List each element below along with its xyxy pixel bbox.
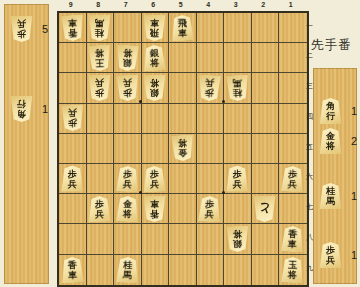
square-6二[interactable]: 銀将 xyxy=(142,43,170,73)
hand-count: 1 xyxy=(42,103,48,115)
square-6五[interactable] xyxy=(142,134,170,164)
rank-label: 五 xyxy=(306,132,313,162)
file-label: 7 xyxy=(112,1,140,8)
square-9七[interactable] xyxy=(59,194,87,224)
koma-7-7[interactable]: 金将 xyxy=(115,195,139,222)
hand-piece-歩兵[interactable]: 歩兵5 xyxy=(10,16,48,42)
koma-7-6[interactable]: 歩兵 xyxy=(115,165,139,192)
koma-hand-桂馬[interactable]: 桂馬 xyxy=(319,183,342,209)
square-1一[interactable] xyxy=(279,13,307,43)
koma-4-3[interactable]: 歩兵 xyxy=(198,74,222,101)
koma-9-9[interactable]: 香車 xyxy=(60,256,84,283)
square-6四[interactable] xyxy=(142,104,170,134)
hoshi-dot xyxy=(222,100,225,103)
rank-label: 三 xyxy=(306,71,313,101)
hand-count: 1 xyxy=(351,249,357,261)
square-2九[interactable] xyxy=(252,255,280,285)
square-4一[interactable] xyxy=(197,13,225,43)
square-9八[interactable] xyxy=(59,224,87,254)
square-7四[interactable] xyxy=(114,104,142,134)
koma-hand-角行[interactable]: 角行 xyxy=(319,98,342,124)
file-label: 6 xyxy=(140,1,168,8)
square-3六[interactable]: 歩兵 xyxy=(224,164,252,194)
square-7六[interactable]: 歩兵 xyxy=(114,164,142,194)
square-9四[interactable]: 歩兵 xyxy=(59,104,87,134)
square-9三[interactable] xyxy=(59,73,87,103)
square-1四[interactable] xyxy=(279,104,307,134)
square-5七[interactable] xyxy=(169,194,197,224)
square-6六[interactable]: 歩兵 xyxy=(142,164,170,194)
koma-8-7[interactable]: 歩兵 xyxy=(88,196,111,222)
hand-count: 2 xyxy=(351,135,357,147)
rank-label: 八 xyxy=(306,222,313,252)
square-5四[interactable] xyxy=(169,104,197,134)
koma-2-7[interactable]: と xyxy=(253,196,276,222)
hand-piece-角行[interactable]: 角行1 xyxy=(10,96,48,122)
file-label: 8 xyxy=(85,1,113,8)
square-9一[interactable]: 香車 xyxy=(59,13,87,43)
koma-3-6[interactable]: 歩兵 xyxy=(226,166,249,192)
square-8一[interactable]: 桂馬 xyxy=(87,13,115,43)
square-9五[interactable] xyxy=(59,134,87,164)
square-8九[interactable] xyxy=(87,255,115,285)
rank-label: 六 xyxy=(306,162,313,192)
koma-hand-歩兵[interactable]: 歩兵 xyxy=(319,242,342,268)
koma-9-6[interactable]: 歩兵 xyxy=(61,166,84,192)
square-3七[interactable] xyxy=(224,194,252,224)
square-6九[interactable] xyxy=(142,255,170,285)
koma-7-9[interactable]: 桂馬 xyxy=(115,256,139,283)
square-4三[interactable]: 歩兵 xyxy=(197,73,225,103)
square-7八[interactable] xyxy=(114,224,142,254)
koma-4-7[interactable]: 歩兵 xyxy=(198,195,222,222)
square-3八[interactable]: 銀将 xyxy=(224,224,252,254)
hoshi-dot xyxy=(222,191,225,194)
koma-1-6[interactable]: 歩兵 xyxy=(281,165,305,192)
square-4八[interactable] xyxy=(197,224,225,254)
square-9六[interactable]: 歩兵 xyxy=(59,164,87,194)
hand-piece-金将[interactable]: 金将2 xyxy=(319,128,357,154)
gote-captured-stand: 歩兵5角行1 xyxy=(4,4,49,284)
koma-6-3[interactable]: 銀将 xyxy=(143,75,166,101)
hand-piece-桂馬[interactable]: 桂馬1 xyxy=(319,183,357,209)
square-4四[interactable] xyxy=(197,104,225,134)
square-5一[interactable]: 飛車 xyxy=(169,13,197,43)
square-8二[interactable]: 王将 xyxy=(87,43,115,73)
koma-hand-角行[interactable]: 角行 xyxy=(10,96,33,122)
koma-3-3[interactable]: 桂馬 xyxy=(225,74,249,101)
square-8三[interactable]: 歩兵 xyxy=(87,73,115,103)
square-4六[interactable] xyxy=(197,164,225,194)
turn-indicator: 先手番 xyxy=(311,37,359,54)
square-5九[interactable] xyxy=(169,255,197,285)
square-2八[interactable] xyxy=(252,224,280,254)
square-3四[interactable] xyxy=(224,104,252,134)
square-2三[interactable] xyxy=(252,73,280,103)
koma-8-1[interactable]: 桂馬 xyxy=(88,15,111,41)
square-6八[interactable] xyxy=(142,224,170,254)
rank-label: 四 xyxy=(306,102,313,132)
file-label: 9 xyxy=(57,1,85,8)
koma-7-2[interactable]: 銀将 xyxy=(115,44,139,71)
sente-captured-stand: 角行1金将2桂馬1歩兵1 xyxy=(313,68,357,284)
square-6七[interactable]: 香車 xyxy=(142,194,170,224)
square-7一[interactable] xyxy=(114,13,142,43)
shogi-app: 歩兵5角行1 987654321 香車桂馬飛車飛車王将銀将銀将歩兵歩兵銀将歩兵桂… xyxy=(0,0,360,287)
square-1三[interactable] xyxy=(279,73,307,103)
koma-hand-金将[interactable]: 金将 xyxy=(319,128,342,154)
koma-7-3[interactable]: 歩兵 xyxy=(116,75,139,101)
koma-6-1[interactable]: 飛車 xyxy=(143,15,166,41)
square-1九[interactable]: 玉将 xyxy=(279,255,307,285)
square-9二[interactable] xyxy=(59,43,87,73)
hoshi-dot xyxy=(139,100,142,103)
hand-piece-歩兵[interactable]: 歩兵1 xyxy=(319,242,357,268)
square-1二[interactable] xyxy=(279,43,307,73)
square-2五[interactable] xyxy=(252,134,280,164)
square-1八[interactable]: 香車 xyxy=(279,224,307,254)
square-8四[interactable] xyxy=(87,104,115,134)
koma-6-7[interactable]: 香車 xyxy=(143,196,166,222)
hand-count: 1 xyxy=(351,105,357,117)
square-1六[interactable]: 歩兵 xyxy=(279,164,307,194)
square-8五[interactable] xyxy=(87,134,115,164)
square-1七[interactable] xyxy=(279,194,307,224)
koma-hand-歩兵[interactable]: 歩兵 xyxy=(10,16,33,42)
square-7五[interactable] xyxy=(114,134,142,164)
square-7九[interactable]: 桂馬 xyxy=(114,255,142,285)
koma-3-8[interactable]: 銀将 xyxy=(226,226,249,252)
koma-9-4[interactable]: 歩兵 xyxy=(61,105,84,131)
square-5五[interactable]: 金将 xyxy=(169,134,197,164)
square-2七[interactable]: と xyxy=(252,194,280,224)
square-8八[interactable] xyxy=(87,224,115,254)
square-9九[interactable]: 香車 xyxy=(59,255,87,285)
square-2一[interactable] xyxy=(252,13,280,43)
hoshi-dot xyxy=(139,191,142,194)
square-3二[interactable] xyxy=(224,43,252,73)
rank-label: 七 xyxy=(306,192,313,222)
file-label: 2 xyxy=(250,1,278,8)
square-3九[interactable] xyxy=(224,255,252,285)
koma-5-5[interactable]: 金将 xyxy=(170,135,194,162)
koma-6-6[interactable]: 歩兵 xyxy=(143,165,166,191)
square-4七[interactable]: 歩兵 xyxy=(197,194,225,224)
square-6一[interactable]: 飛車 xyxy=(142,13,170,43)
koma-8-3[interactable]: 歩兵 xyxy=(88,75,111,101)
square-2六[interactable] xyxy=(252,164,280,194)
koma-6-2[interactable]: 銀将 xyxy=(143,44,167,71)
hand-count: 5 xyxy=(42,23,48,35)
file-label: 4 xyxy=(195,1,223,8)
koma-9-1[interactable]: 香車 xyxy=(60,14,84,41)
hand-piece-角行[interactable]: 角行1 xyxy=(319,98,357,124)
square-3一[interactable] xyxy=(224,13,252,43)
shogi-board: 香車桂馬飛車飛車王将銀将銀将歩兵歩兵銀将歩兵桂馬歩兵金将歩兵歩兵歩兵歩兵歩兵歩兵… xyxy=(57,11,309,287)
square-1五[interactable] xyxy=(279,134,307,164)
koma-8-2[interactable]: 王将 xyxy=(88,44,112,71)
square-2二[interactable] xyxy=(252,43,280,73)
square-2四[interactable] xyxy=(252,104,280,134)
square-7二[interactable]: 銀将 xyxy=(114,43,142,73)
koma-5-1[interactable]: 飛車 xyxy=(170,14,194,41)
square-5八[interactable] xyxy=(169,224,197,254)
file-label: 1 xyxy=(277,1,305,8)
koma-1-8[interactable]: 香車 xyxy=(281,225,305,252)
square-4九[interactable] xyxy=(197,255,225,285)
square-8六[interactable] xyxy=(87,164,115,194)
square-3三[interactable]: 桂馬 xyxy=(224,73,252,103)
hand-count: 1 xyxy=(351,190,357,202)
square-5二[interactable] xyxy=(169,43,197,73)
square-8七[interactable]: 歩兵 xyxy=(87,194,115,224)
square-3五[interactable] xyxy=(224,134,252,164)
rank-label: 九 xyxy=(306,253,313,283)
koma-1-9[interactable]: 玉将 xyxy=(281,256,305,283)
file-label: 5 xyxy=(167,1,195,8)
square-6三[interactable]: 銀将 xyxy=(142,73,170,103)
square-4二[interactable] xyxy=(197,43,225,73)
square-5三[interactable] xyxy=(169,73,197,103)
square-7三[interactable]: 歩兵 xyxy=(114,73,142,103)
square-5六[interactable] xyxy=(169,164,197,194)
square-4五[interactable] xyxy=(197,134,225,164)
file-label: 3 xyxy=(222,1,250,8)
square-7七[interactable]: 金将 xyxy=(114,194,142,224)
file-labels: 987654321 xyxy=(57,1,306,8)
